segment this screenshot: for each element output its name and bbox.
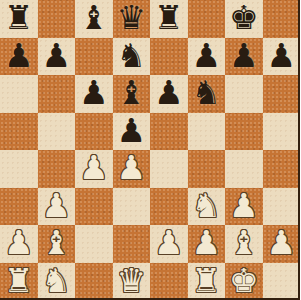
black-knight-piece[interactable]: ♞	[191, 76, 221, 109]
white-pawn-piece[interactable]: ♟	[229, 189, 259, 222]
square-f7[interactable]: ♟	[188, 38, 226, 76]
square-h3[interactable]	[263, 188, 301, 226]
square-f1[interactable]: ♜	[188, 263, 226, 300]
square-e8[interactable]: ♜	[150, 0, 188, 38]
black-knight-piece[interactable]: ♞	[116, 39, 146, 72]
black-pawn-piece[interactable]: ♟	[4, 39, 34, 72]
square-b6[interactable]	[38, 75, 76, 113]
square-e3[interactable]	[150, 188, 188, 226]
square-f3[interactable]: ♞	[188, 188, 226, 226]
square-g8[interactable]: ♚	[225, 0, 263, 38]
black-pawn-piece[interactable]: ♟	[116, 114, 146, 147]
black-rook-piece[interactable]: ♜	[154, 1, 184, 34]
chess-board: ♜♝♛♜♚♟♟♞♟♟♟♟♝♟♞♟♟♟♟♞♟♟♝♟♟♝♟♜♞♛♜♚	[0, 0, 300, 300]
white-knight-piece[interactable]: ♞	[191, 189, 221, 222]
white-pawn-piece[interactable]: ♟	[191, 226, 221, 259]
square-d5[interactable]: ♟	[113, 113, 151, 151]
white-knight-piece[interactable]: ♞	[41, 264, 71, 297]
square-d2[interactable]	[113, 225, 151, 263]
square-h7[interactable]: ♟	[263, 38, 301, 76]
black-pawn-piece[interactable]: ♟	[191, 39, 221, 72]
square-a7[interactable]: ♟	[0, 38, 38, 76]
white-pawn-piece[interactable]: ♟	[4, 226, 34, 259]
black-rook-piece[interactable]: ♜	[4, 1, 34, 34]
square-g3[interactable]: ♟	[225, 188, 263, 226]
square-g1[interactable]: ♚	[225, 263, 263, 300]
square-c3[interactable]	[75, 188, 113, 226]
black-pawn-piece[interactable]: ♟	[41, 39, 71, 72]
square-a5[interactable]	[0, 113, 38, 151]
square-h6[interactable]	[263, 75, 301, 113]
black-pawn-piece[interactable]: ♟	[79, 76, 109, 109]
square-b5[interactable]	[38, 113, 76, 151]
white-pawn-piece[interactable]: ♟	[154, 226, 184, 259]
square-h2[interactable]: ♟	[263, 225, 301, 263]
square-a4[interactable]	[0, 150, 38, 188]
black-bishop-piece[interactable]: ♝	[116, 76, 146, 109]
black-bishop-piece[interactable]: ♝	[79, 1, 109, 34]
square-c4[interactable]: ♟	[75, 150, 113, 188]
square-h8[interactable]	[263, 0, 301, 38]
square-f4[interactable]	[188, 150, 226, 188]
square-b7[interactable]: ♟	[38, 38, 76, 76]
square-a6[interactable]	[0, 75, 38, 113]
square-e5[interactable]	[150, 113, 188, 151]
square-a3[interactable]	[0, 188, 38, 226]
square-d4[interactable]: ♟	[113, 150, 151, 188]
square-b8[interactable]	[38, 0, 76, 38]
black-queen-piece[interactable]: ♛	[116, 1, 146, 34]
black-king-piece[interactable]: ♚	[229, 1, 259, 34]
square-a2[interactable]: ♟	[0, 225, 38, 263]
white-queen-piece[interactable]: ♛	[116, 264, 146, 297]
square-b3[interactable]: ♟	[38, 188, 76, 226]
square-d8[interactable]: ♛	[113, 0, 151, 38]
square-c1[interactable]	[75, 263, 113, 300]
white-pawn-piece[interactable]: ♟	[266, 226, 296, 259]
square-h1[interactable]	[263, 263, 301, 300]
black-pawn-piece[interactable]: ♟	[266, 39, 296, 72]
white-pawn-piece[interactable]: ♟	[79, 151, 109, 184]
square-f6[interactable]: ♞	[188, 75, 226, 113]
square-e4[interactable]	[150, 150, 188, 188]
square-b4[interactable]	[38, 150, 76, 188]
square-e6[interactable]: ♟	[150, 75, 188, 113]
black-pawn-piece[interactable]: ♟	[154, 76, 184, 109]
square-g5[interactable]	[225, 113, 263, 151]
white-rook-piece[interactable]: ♜	[191, 264, 221, 297]
square-c2[interactable]	[75, 225, 113, 263]
square-g4[interactable]	[225, 150, 263, 188]
square-g2[interactable]: ♝	[225, 225, 263, 263]
square-b2[interactable]: ♝	[38, 225, 76, 263]
square-h5[interactable]	[263, 113, 301, 151]
square-c5[interactable]	[75, 113, 113, 151]
white-king-piece[interactable]: ♚	[229, 264, 259, 297]
white-bishop-piece[interactable]: ♝	[41, 226, 71, 259]
square-e1[interactable]	[150, 263, 188, 300]
square-c7[interactable]	[75, 38, 113, 76]
square-c8[interactable]: ♝	[75, 0, 113, 38]
square-d3[interactable]	[113, 188, 151, 226]
square-c6[interactable]: ♟	[75, 75, 113, 113]
square-f2[interactable]: ♟	[188, 225, 226, 263]
square-d6[interactable]: ♝	[113, 75, 151, 113]
square-e2[interactable]: ♟	[150, 225, 188, 263]
chess-board-container: ♜♝♛♜♚♟♟♞♟♟♟♟♝♟♞♟♟♟♟♞♟♟♝♟♟♝♟♜♞♛♜♚	[0, 0, 300, 300]
white-pawn-piece[interactable]: ♟	[41, 189, 71, 222]
square-a1[interactable]: ♜	[0, 263, 38, 300]
square-a8[interactable]: ♜	[0, 0, 38, 38]
black-pawn-piece[interactable]: ♟	[229, 39, 259, 72]
white-bishop-piece[interactable]: ♝	[229, 226, 259, 259]
square-d1[interactable]: ♛	[113, 263, 151, 300]
square-f8[interactable]	[188, 0, 226, 38]
square-d7[interactable]: ♞	[113, 38, 151, 76]
white-rook-piece[interactable]: ♜	[4, 264, 34, 297]
square-f5[interactable]	[188, 113, 226, 151]
white-pawn-piece[interactable]: ♟	[116, 151, 146, 184]
square-g7[interactable]: ♟	[225, 38, 263, 76]
square-h4[interactable]	[263, 150, 301, 188]
square-e7[interactable]	[150, 38, 188, 76]
square-g6[interactable]	[225, 75, 263, 113]
square-b1[interactable]: ♞	[38, 263, 76, 300]
